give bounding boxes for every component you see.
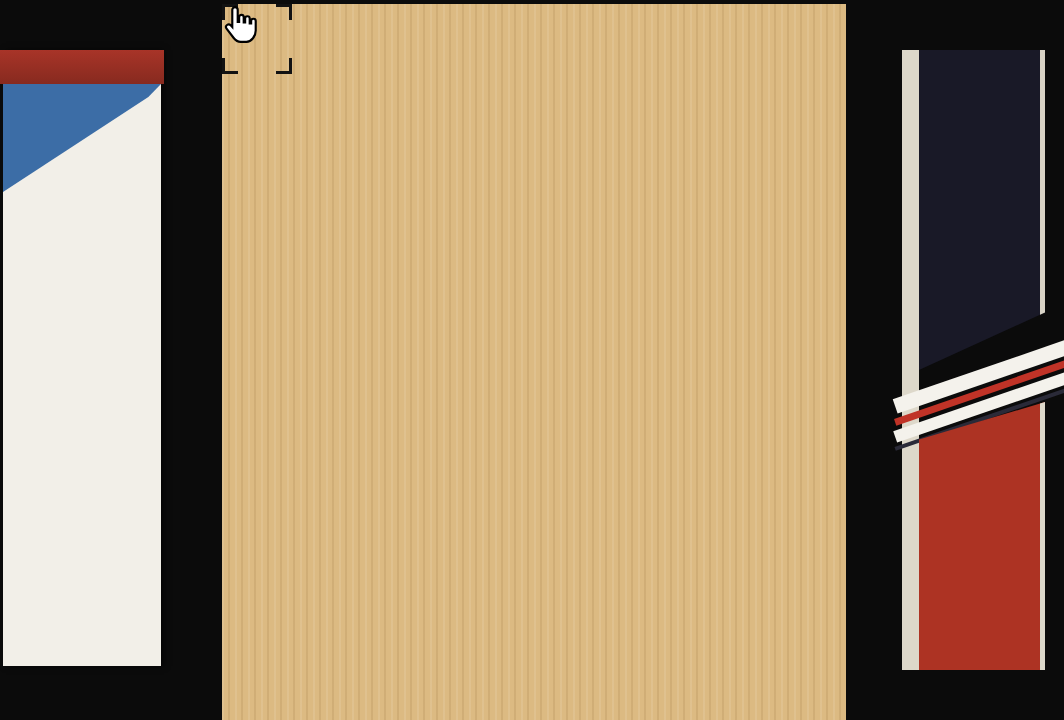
banner-blue-wedge [3,84,161,192]
right-channel-banner [902,50,1052,672]
file-labels-top [222,6,846,22]
event-year-band [0,50,164,84]
hand-cursor-icon [222,4,258,44]
channel-name-panel [919,50,1045,370]
players-panel [919,402,1045,670]
file-labels-bottom [222,698,846,714]
board-grid [222,4,846,720]
banner-edge-stripe [902,50,919,670]
video-frame [0,0,1064,720]
left-event-banner [3,50,161,666]
xiangqi-board[interactable] [222,4,846,720]
